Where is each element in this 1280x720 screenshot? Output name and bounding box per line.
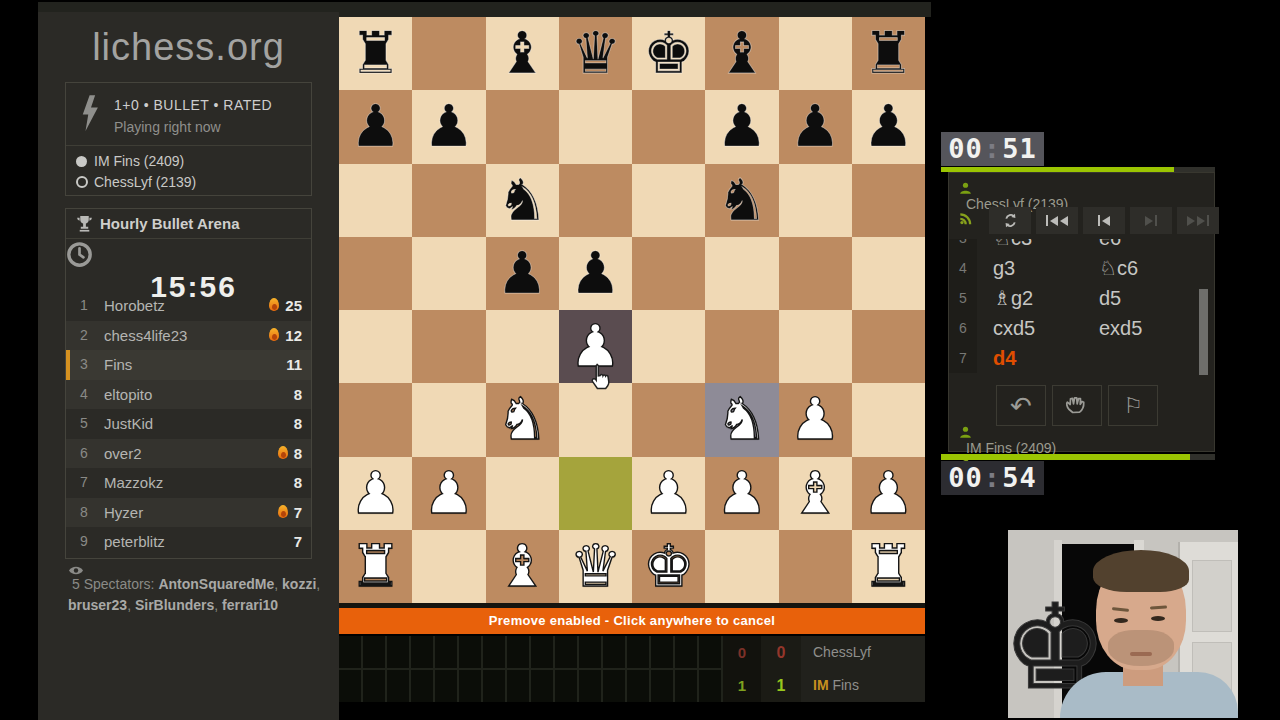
black-bishop-c8[interactable]: ♝ xyxy=(496,17,548,90)
standings-row-over2[interactable]: 6over28 xyxy=(66,439,311,469)
black-pawn-d5[interactable]: ♟ xyxy=(569,237,621,310)
black-pawn-b7[interactable]: ♟ xyxy=(423,90,475,163)
white-player-label: IM Fins (2409) xyxy=(94,153,184,169)
score: 25 xyxy=(285,291,302,321)
spectator[interactable]: AntonSquaredMe xyxy=(158,576,274,592)
black-knight-c6[interactable]: ♞ xyxy=(496,164,548,237)
score-cell: 12 xyxy=(268,321,302,351)
streak-flame-icon xyxy=(268,328,280,343)
white-queen-d1[interactable]: ♛ xyxy=(569,530,621,603)
player-black-row[interactable]: ChessLyf (2139) xyxy=(76,174,196,190)
square-e5[interactable] xyxy=(632,237,705,310)
online-user-icon xyxy=(959,181,1074,195)
square-a3[interactable] xyxy=(339,383,412,456)
spectator[interactable]: kozzi xyxy=(282,576,316,592)
square-c3[interactable]: ♞ xyxy=(486,383,559,456)
white-move[interactable]: cxd5 xyxy=(993,313,1035,343)
black-rook-h8[interactable]: ♜ xyxy=(862,17,914,90)
player-name[interactable]: JustKid xyxy=(104,409,153,439)
black-pawn-c5[interactable]: ♟ xyxy=(496,237,548,310)
spectators-prefix: 5 Spectators: xyxy=(72,576,155,592)
black-move[interactable]: d5 xyxy=(1099,283,1121,313)
square-f3[interactable]: ♞ xyxy=(705,383,778,456)
spectator[interactable]: ferrari10 xyxy=(222,597,278,613)
square-a1[interactable]: ♜ xyxy=(339,530,412,603)
score-cell: 11 xyxy=(286,350,302,380)
trophy-icon xyxy=(76,215,93,232)
square-c2[interactable] xyxy=(486,457,559,530)
game-panel: ChessLyf (2139) 3♘c3e64g3♘c65♗g2d56cxd5e… xyxy=(948,172,1215,452)
standings-row-Mazzokz[interactable]: 7Mazzokz8 xyxy=(66,468,311,498)
game-status-label: Playing right now xyxy=(114,119,221,135)
game-action-buttons: ↶ ⚐ xyxy=(996,385,1158,426)
takeback-button[interactable]: ↶ xyxy=(996,385,1046,426)
score: 8 xyxy=(294,380,302,410)
square-e3[interactable] xyxy=(632,383,705,456)
black-knight-f6[interactable]: ♞ xyxy=(716,164,768,237)
score: 7 xyxy=(294,527,302,557)
resign-flag-icon: ⚐ xyxy=(1123,395,1143,417)
black-king-e8[interactable]: ♚ xyxy=(643,17,695,90)
player-name[interactable]: Fins xyxy=(104,350,132,380)
resign-button[interactable]: ⚐ xyxy=(1108,385,1158,426)
chess-board[interactable]: ♜♝♛♚♝♜♟♟♟♟♟♞♞♟♟♟♞♞♟♟♟♟♟♝♟♜♝♛♚♜ xyxy=(339,17,925,603)
player-name[interactable]: Mazzokz xyxy=(104,468,163,498)
square-c1[interactable]: ♝ xyxy=(486,530,559,603)
black-move[interactable]: ♘c6 xyxy=(1099,253,1138,283)
arena-clock-row: 15:56 xyxy=(66,243,311,291)
move-number: 3 xyxy=(949,239,977,253)
square-h1[interactable]: ♜ xyxy=(852,530,925,603)
streak-flame-icon xyxy=(268,298,280,313)
score-cell: 8 xyxy=(294,380,302,410)
score-col-2: 0 xyxy=(761,636,801,669)
streak-flame-icon xyxy=(277,446,289,461)
white-pawn-f2[interactable]: ♟ xyxy=(716,457,768,530)
player-name[interactable]: over2 xyxy=(104,439,142,469)
rank: 2 xyxy=(80,321,88,351)
square-f6[interactable]: ♞ xyxy=(705,164,778,237)
sidebar: lichess.org 1+0 • BULLET • RATED Playing… xyxy=(38,12,339,720)
square-d7[interactable] xyxy=(559,90,632,163)
rank: 9 xyxy=(80,527,88,557)
white-pawn-g3[interactable]: ♟ xyxy=(789,383,841,456)
square-g2[interactable]: ♝ xyxy=(779,457,852,530)
bullet-bolt-icon xyxy=(80,95,102,131)
mouse-cursor-hand xyxy=(586,362,613,392)
white-bishop-c1[interactable]: ♝ xyxy=(496,530,548,603)
score-cell: 25 xyxy=(268,291,302,321)
premove-banner[interactable]: Premove enabled - Click anywhere to canc… xyxy=(339,608,925,634)
black-pawn-g7[interactable]: ♟ xyxy=(789,90,841,163)
crosstable-row: 11IM Fins xyxy=(723,669,925,702)
crosstable-player-name[interactable]: ChessLyf xyxy=(801,636,925,669)
square-a2[interactable]: ♟ xyxy=(339,457,412,530)
square-h3[interactable] xyxy=(852,383,925,456)
square-b5[interactable] xyxy=(412,237,485,310)
move-list-scrollbar[interactable] xyxy=(1199,289,1208,375)
standings-row-Hyzer[interactable]: 8Hyzer7 xyxy=(66,498,311,528)
player-name[interactable]: Hyzer xyxy=(104,498,143,528)
hand-icon xyxy=(1064,394,1090,418)
square-h5[interactable] xyxy=(852,237,925,310)
game-mode-label: 1+0 • BULLET • RATED xyxy=(114,97,272,113)
square-d8[interactable]: ♛ xyxy=(559,17,632,90)
square-e7[interactable] xyxy=(632,90,705,163)
spectator[interactable]: bruser23 xyxy=(68,597,127,613)
standings-row-JustKid[interactable]: 5JustKid8 xyxy=(66,409,311,439)
score-cell: 7 xyxy=(294,527,302,557)
online-user-icon xyxy=(959,425,1062,439)
square-h4[interactable] xyxy=(852,310,925,383)
square-a4[interactable] xyxy=(339,310,412,383)
white-move[interactable]: ♘c3 xyxy=(993,239,1032,253)
square-f7[interactable]: ♟ xyxy=(705,90,778,163)
white-bishop-g2[interactable]: ♝ xyxy=(789,457,841,530)
white-rook-h1[interactable]: ♜ xyxy=(862,530,914,603)
black-player-icon xyxy=(76,176,88,188)
white-pawn-e2[interactable]: ♟ xyxy=(643,457,695,530)
arena-standings: 1Horobetz252chess4life23123Fins114eltopi… xyxy=(66,291,311,557)
square-a7[interactable]: ♟ xyxy=(339,90,412,163)
lichess-stream-screen: lichess.org 1+0 • BULLET • RATED Playing… xyxy=(0,0,1280,720)
white-rook-a1[interactable]: ♜ xyxy=(350,530,402,603)
square-g5[interactable] xyxy=(779,237,852,310)
score: 8 xyxy=(294,468,302,498)
grid-divider xyxy=(339,668,723,670)
prev-move-button[interactable] xyxy=(1083,207,1125,234)
arena-box: Hourly Bullet Arena 15:56 1Horobetz252ch… xyxy=(65,208,312,559)
score: 8 xyxy=(294,439,302,469)
square-d1[interactable]: ♛ xyxy=(559,530,632,603)
square-b8[interactable] xyxy=(412,17,485,90)
black-clock: 00:51 xyxy=(941,132,1044,166)
player-name[interactable]: eltopito xyxy=(104,380,152,410)
rank: 5 xyxy=(80,409,88,439)
square-f2[interactable]: ♟ xyxy=(705,457,778,530)
rank: 8 xyxy=(80,498,88,528)
score: 7 xyxy=(294,498,302,528)
move-row-3: 3♘c3e6 xyxy=(949,239,1214,253)
move-list[interactable]: 3♘c3e64g3♘c65♗g2d56cxd5exd57d4 xyxy=(949,239,1214,387)
score-cell: 8 xyxy=(294,409,302,439)
score: 8 xyxy=(294,409,302,439)
square-e4[interactable] xyxy=(632,310,705,383)
move-number: 7 xyxy=(949,343,977,373)
rank: 4 xyxy=(80,380,88,410)
black-pawn-f7[interactable]: ♟ xyxy=(716,90,768,163)
square-f5[interactable] xyxy=(705,237,778,310)
square-c4[interactable] xyxy=(486,310,559,383)
move-number: 6 xyxy=(949,313,977,343)
square-c5[interactable]: ♟ xyxy=(486,237,559,310)
move-row-6: 6cxd5exd5 xyxy=(949,313,1214,343)
white-knight-c3[interactable]: ♞ xyxy=(496,383,548,456)
square-b4[interactable] xyxy=(412,310,485,383)
square-h2[interactable]: ♟ xyxy=(852,457,925,530)
score-col-1: 1 xyxy=(723,669,761,702)
rank: 3 xyxy=(80,350,88,380)
standings-row-chess4life23[interactable]: 2chess4life2312 xyxy=(66,321,311,351)
player-name[interactable]: peterblitz xyxy=(104,527,165,557)
square-c6[interactable]: ♞ xyxy=(486,164,559,237)
rank: 6 xyxy=(80,439,88,469)
square-d3[interactable] xyxy=(559,383,632,456)
arena-header[interactable]: Hourly Bullet Arena xyxy=(66,209,311,239)
white-king-e1[interactable]: ♚ xyxy=(643,530,695,603)
flip-board-button[interactable] xyxy=(989,207,1031,234)
score-cell: 7 xyxy=(277,498,302,528)
eye xyxy=(1151,616,1165,621)
black-bishop-f8[interactable]: ♝ xyxy=(716,17,768,90)
score-crosstable: 00ChessLyf 11IM Fins xyxy=(339,636,925,702)
white-knight-f3[interactable]: ♞ xyxy=(716,383,768,456)
square-b2[interactable]: ♟ xyxy=(412,457,485,530)
white-clock: 00:54 xyxy=(941,461,1044,495)
square-g3[interactable]: ♟ xyxy=(779,383,852,456)
draw-offer-button[interactable] xyxy=(1052,385,1102,426)
white-player-icon xyxy=(76,156,87,167)
black-move[interactable]: e6 xyxy=(1099,239,1121,253)
score-cell: 8 xyxy=(294,468,302,498)
move-row-5: 5♗g2d5 xyxy=(949,283,1214,313)
square-b1[interactable] xyxy=(412,530,485,603)
eye-icon xyxy=(68,565,336,576)
rank: 1 xyxy=(80,291,88,321)
white-pawn-b2[interactable]: ♟ xyxy=(423,457,475,530)
spectator[interactable]: SirBlunders xyxy=(135,597,214,613)
square-e1[interactable]: ♚ xyxy=(632,530,705,603)
player-name[interactable]: chess4life23 xyxy=(104,321,187,351)
square-h6[interactable] xyxy=(852,164,925,237)
door-panel xyxy=(1192,560,1232,632)
black-move[interactable]: exd5 xyxy=(1099,313,1142,343)
arena-title: Hourly Bullet Arena xyxy=(100,215,239,232)
last-move-button[interactable] xyxy=(1177,207,1219,234)
square-c8[interactable]: ♝ xyxy=(486,17,559,90)
streamer-stubble xyxy=(1108,630,1174,666)
eye xyxy=(1114,618,1128,623)
standings-row-eltopito[interactable]: 4eltopito8 xyxy=(66,380,311,410)
black-queen-d8[interactable]: ♛ xyxy=(569,17,621,90)
square-d2[interactable] xyxy=(559,457,632,530)
square-g6[interactable] xyxy=(779,164,852,237)
move-number: 4 xyxy=(949,253,977,283)
score: 12 xyxy=(285,321,302,351)
divider xyxy=(66,145,311,146)
score-cell: 8 xyxy=(277,439,302,469)
crosstable-player-name[interactable]: IM Fins xyxy=(801,669,925,702)
score: 11 xyxy=(286,350,302,380)
square-d6[interactable] xyxy=(559,164,632,237)
square-f8[interactable]: ♝ xyxy=(705,17,778,90)
streak-flame-icon xyxy=(277,505,289,520)
square-f1[interactable] xyxy=(705,530,778,603)
square-e2[interactable]: ♟ xyxy=(632,457,705,530)
square-g8[interactable] xyxy=(779,17,852,90)
black-rook-a8[interactable]: ♜ xyxy=(350,17,402,90)
undo-arrow-icon: ↶ xyxy=(1010,393,1032,419)
move-row-4: 4g3♘c6 xyxy=(949,253,1214,283)
player-name[interactable]: Horobetz xyxy=(104,291,165,321)
crosstable-row: 00ChessLyf xyxy=(723,636,925,669)
square-e6[interactable] xyxy=(632,164,705,237)
square-g1[interactable] xyxy=(779,530,852,603)
square-h7[interactable]: ♟ xyxy=(852,90,925,163)
square-g4[interactable] xyxy=(779,310,852,383)
square-b6[interactable] xyxy=(412,164,485,237)
square-a8[interactable]: ♜ xyxy=(339,17,412,90)
streamer-hair xyxy=(1093,550,1189,592)
spectators-block: 5 Spectators: AntonSquaredMe, kozzi, bru… xyxy=(68,563,336,616)
rank: 7 xyxy=(80,468,88,498)
square-h8[interactable]: ♜ xyxy=(852,17,925,90)
standings-row-Fins[interactable]: 3Fins11 xyxy=(66,350,311,380)
score-col-1: 0 xyxy=(723,636,761,669)
standings-row-Horobetz[interactable]: 1Horobetz25 xyxy=(66,291,311,321)
black-pawn-h7[interactable]: ♟ xyxy=(862,90,914,163)
white-pawn-h2[interactable]: ♟ xyxy=(862,457,914,530)
mouth xyxy=(1130,652,1152,656)
black-pawn-a7[interactable]: ♟ xyxy=(350,90,402,163)
streamer-webcam: ♚ xyxy=(1008,530,1238,718)
white-pawn-a2[interactable]: ♟ xyxy=(350,457,402,530)
first-move-button[interactable] xyxy=(1036,207,1078,234)
white-move[interactable]: ♗g2 xyxy=(993,283,1033,313)
score-col-2: 1 xyxy=(761,669,801,702)
square-e8[interactable]: ♚ xyxy=(632,17,705,90)
square-f4[interactable] xyxy=(705,310,778,383)
square-b7[interactable]: ♟ xyxy=(412,90,485,163)
square-b3[interactable] xyxy=(412,383,485,456)
black-player-label: ChessLyf (2139) xyxy=(94,174,196,190)
lichess-logo: lichess.org xyxy=(38,26,339,69)
replay-controls xyxy=(989,207,1219,234)
standings-row-peterblitz[interactable]: 9peterblitz7 xyxy=(66,527,311,557)
white-move[interactable]: d4 xyxy=(993,343,1016,373)
square-a6[interactable] xyxy=(339,164,412,237)
white-time-bar xyxy=(941,454,1215,460)
game-info-box: 1+0 • BULLET • RATED Playing right now I… xyxy=(65,82,312,196)
clock-icon xyxy=(66,241,311,268)
square-d5[interactable]: ♟ xyxy=(559,237,632,310)
next-move-button[interactable] xyxy=(1130,207,1172,234)
square-c7[interactable] xyxy=(486,90,559,163)
player-white-row[interactable]: IM Fins (2409) xyxy=(76,153,184,169)
square-a5[interactable] xyxy=(339,237,412,310)
white-move[interactable]: g3 xyxy=(993,253,1015,283)
square-g7[interactable]: ♟ xyxy=(779,90,852,163)
move-number: 5 xyxy=(949,283,977,313)
move-row-7: 7d4 xyxy=(949,343,1214,373)
